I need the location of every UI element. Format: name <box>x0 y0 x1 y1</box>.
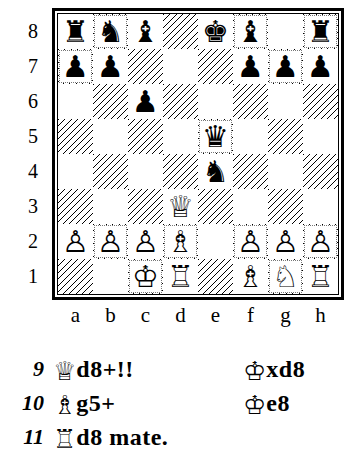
piece-black-pawn: ♟ <box>59 50 92 83</box>
piece-black-pawn: ♟ <box>129 85 162 118</box>
piece-white-pawn: ♙ <box>94 225 127 258</box>
black-move <box>243 420 350 453</box>
piece-white-bishop: ♗ <box>234 260 267 293</box>
square-b1 <box>93 259 128 294</box>
square-g1: ♘ <box>268 259 303 294</box>
square-a6 <box>58 84 93 119</box>
rank-label-3: 3 <box>22 189 44 224</box>
white-move-text: g5+ <box>76 390 115 416</box>
board-grid: ♜♞♝♚♝♜♟♟♟♟♟♟♛♞♕♙♙♙♗♙♙♙♔♖♗♘♖ <box>58 14 338 294</box>
move-row: 10 ♗g5+ ♔e8 <box>0 386 350 420</box>
black-move: ♔e8 <box>243 386 350 423</box>
move-row: 9 ♕d8+!! ♔xd8 <box>0 352 350 386</box>
square-b5 <box>93 119 128 154</box>
square-e8: ♚ <box>198 14 233 49</box>
piece-white-pawn: ♙ <box>59 225 92 258</box>
square-c2: ♙ <box>128 224 163 259</box>
square-a1 <box>58 259 93 294</box>
square-g8 <box>268 14 303 49</box>
square-f5 <box>233 119 268 154</box>
square-h1: ♖ <box>303 259 338 294</box>
square-g6 <box>268 84 303 119</box>
piece-white-rook: ♖ <box>164 260 197 293</box>
piece-white-pawn: ♙ <box>234 225 267 258</box>
piece-black-rook: ♜ <box>304 15 337 48</box>
square-d8 <box>163 14 198 49</box>
square-e2 <box>198 224 233 259</box>
square-h2: ♙ <box>303 224 338 259</box>
file-labels: abcdefgh <box>58 302 338 328</box>
square-e7 <box>198 49 233 84</box>
file-label-e: e <box>198 302 233 328</box>
move-number: 10 <box>0 386 44 423</box>
square-f8: ♝ <box>233 14 268 49</box>
square-d7 <box>163 49 198 84</box>
square-a2: ♙ <box>58 224 93 259</box>
square-g5 <box>268 119 303 154</box>
square-a3 <box>58 189 93 224</box>
square-h3 <box>303 189 338 224</box>
white-queen-figurine: ♕ <box>53 356 76 386</box>
file-label-f: f <box>233 302 268 328</box>
file-label-a: a <box>58 302 93 328</box>
white-move-text: d8+!! <box>76 356 134 382</box>
rank-label-1: 1 <box>22 259 44 294</box>
square-c5 <box>128 119 163 154</box>
square-h5 <box>303 119 338 154</box>
square-b4 <box>93 154 128 189</box>
square-a8: ♜ <box>58 14 93 49</box>
black-move-text: xd8 <box>266 356 305 382</box>
square-d1: ♖ <box>163 259 198 294</box>
square-e1 <box>198 259 233 294</box>
square-h8: ♜ <box>303 14 338 49</box>
move-number: 11 <box>0 420 44 453</box>
piece-black-king: ♚ <box>199 15 232 48</box>
move-number: 9 <box>0 352 44 389</box>
piece-white-bishop: ♗ <box>164 225 197 258</box>
square-h6 <box>303 84 338 119</box>
square-c6: ♟ <box>128 84 163 119</box>
file-label-g: g <box>268 302 303 328</box>
piece-white-rook: ♖ <box>304 260 337 293</box>
piece-black-pawn: ♟ <box>234 50 267 83</box>
piece-black-queen: ♛ <box>199 120 232 153</box>
square-f3 <box>233 189 268 224</box>
square-c4 <box>128 154 163 189</box>
rank-label-4: 4 <box>22 154 44 189</box>
square-e5: ♛ <box>198 119 233 154</box>
white-move-text: d8 mate. <box>76 424 168 450</box>
square-g2: ♙ <box>268 224 303 259</box>
square-c7 <box>128 49 163 84</box>
rank-label-7: 7 <box>22 49 44 84</box>
black-move: ♔xd8 <box>243 352 350 389</box>
square-c8: ♝ <box>128 14 163 49</box>
square-f1: ♗ <box>233 259 268 294</box>
square-d3: ♕ <box>163 189 198 224</box>
square-f6 <box>233 84 268 119</box>
square-b6 <box>93 84 128 119</box>
square-b7: ♟ <box>93 49 128 84</box>
square-d6 <box>163 84 198 119</box>
square-g7: ♟ <box>268 49 303 84</box>
piece-black-bishop: ♝ <box>129 15 162 48</box>
square-b8: ♞ <box>93 14 128 49</box>
piece-white-queen: ♕ <box>164 190 197 223</box>
square-a7: ♟ <box>58 49 93 84</box>
square-h7: ♟ <box>303 49 338 84</box>
piece-black-knight: ♞ <box>94 15 127 48</box>
piece-white-pawn: ♙ <box>304 225 337 258</box>
square-d2: ♗ <box>163 224 198 259</box>
move-row: 11 ♖d8 mate. <box>0 420 350 453</box>
square-d5 <box>163 119 198 154</box>
move-list: 9 ♕d8+!! ♔xd8 10 ♗g5+ ♔e8 11 ♖d8 mate. <box>0 352 350 453</box>
white-bishop-figurine: ♗ <box>53 390 76 420</box>
white-move: ♗g5+ <box>44 386 243 423</box>
piece-black-pawn: ♟ <box>94 50 127 83</box>
square-g3 <box>268 189 303 224</box>
file-label-c: c <box>128 302 163 328</box>
square-e6 <box>198 84 233 119</box>
piece-white-king: ♔ <box>129 260 162 293</box>
square-e4: ♞ <box>198 154 233 189</box>
board-inner-border: ♜♞♝♚♝♜♟♟♟♟♟♟♛♞♕♙♙♙♗♙♙♙♔♖♗♘♖ <box>57 13 339 295</box>
file-label-h: h <box>303 302 338 328</box>
rank-label-5: 5 <box>22 119 44 154</box>
piece-black-knight: ♞ <box>199 155 232 188</box>
chess-board: ♜♞♝♚♝♜♟♟♟♟♟♟♛♞♕♙♙♙♗♙♙♙♔♖♗♘♖ <box>52 8 344 300</box>
square-b2: ♙ <box>93 224 128 259</box>
black-move-text: e8 <box>266 390 290 416</box>
piece-black-bishop: ♝ <box>234 15 267 48</box>
piece-black-pawn: ♟ <box>269 50 302 83</box>
piece-white-pawn: ♙ <box>269 225 302 258</box>
white-king-figurine: ♔ <box>243 390 266 420</box>
square-f2: ♙ <box>233 224 268 259</box>
square-c1: ♔ <box>128 259 163 294</box>
piece-black-rook: ♜ <box>59 15 92 48</box>
rank-label-2: 2 <box>22 224 44 259</box>
file-label-d: d <box>163 302 198 328</box>
rank-labels: 87654321 <box>22 14 44 294</box>
square-b3 <box>93 189 128 224</box>
square-c3 <box>128 189 163 224</box>
piece-white-knight: ♘ <box>269 260 302 293</box>
square-f7: ♟ <box>233 49 268 84</box>
white-rook-figurine: ♖ <box>53 424 76 453</box>
square-h4 <box>303 154 338 189</box>
white-king-figurine: ♔ <box>243 356 266 386</box>
square-f4 <box>233 154 268 189</box>
square-g4 <box>268 154 303 189</box>
square-a5 <box>58 119 93 154</box>
square-e3 <box>198 189 233 224</box>
piece-white-pawn: ♙ <box>129 225 162 258</box>
piece-black-pawn: ♟ <box>304 50 337 83</box>
white-move: ♕d8+!! <box>44 352 243 389</box>
rank-label-6: 6 <box>22 84 44 119</box>
file-label-b: b <box>93 302 128 328</box>
square-a4 <box>58 154 93 189</box>
rank-label-8: 8 <box>22 14 44 49</box>
white-move: ♖d8 mate. <box>44 420 243 453</box>
square-d4 <box>163 154 198 189</box>
